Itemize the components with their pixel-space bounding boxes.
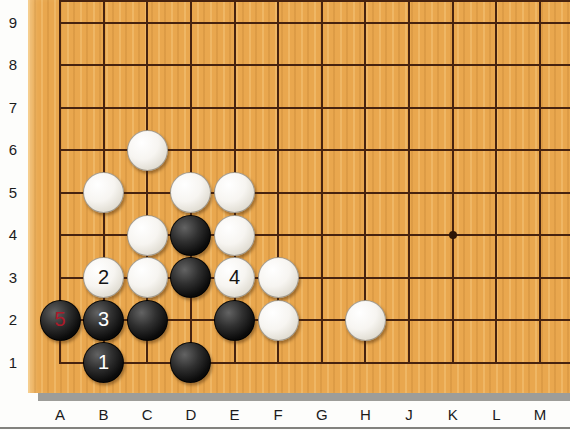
row-label-2: 2 <box>0 311 26 329</box>
col-label-D: D <box>176 404 206 426</box>
move-number-2: 2 <box>98 267 109 287</box>
grid-line-h-7 <box>59 107 570 109</box>
grid-line-h-top-clipped <box>59 0 570 2</box>
stone-white-F2[interactable] <box>258 300 299 341</box>
bottom-border-line <box>0 427 570 429</box>
move-number-3: 3 <box>98 309 109 329</box>
grid-line-h-5 <box>59 192 570 194</box>
stone-white-E5[interactable] <box>214 172 255 213</box>
stone-white-H2[interactable] <box>345 300 386 341</box>
row-label-1: 1 <box>0 354 26 372</box>
move-number-1: 1 <box>98 352 109 372</box>
row-label-4: 4 <box>0 226 26 244</box>
grid-line-v-L <box>495 0 497 364</box>
row-label-6: 6 <box>0 141 26 159</box>
col-label-B: B <box>89 404 119 426</box>
stone-black-D4[interactable] <box>170 215 211 256</box>
grid-line-h-9 <box>59 22 570 24</box>
move-number-5: 5 <box>54 309 65 329</box>
col-label-G: G <box>307 404 337 426</box>
col-label-J: J <box>394 404 424 426</box>
row-label-7: 7 <box>0 99 26 117</box>
stone-black-E2[interactable] <box>214 300 255 341</box>
col-label-K: K <box>438 404 468 426</box>
board-shadow-bar <box>38 393 570 401</box>
col-label-H: H <box>350 404 380 426</box>
col-label-M: M <box>525 404 555 426</box>
col-label-C: C <box>132 404 162 426</box>
stone-black-C2[interactable] <box>127 300 168 341</box>
row-label-3: 3 <box>0 269 26 287</box>
stone-white-F3[interactable] <box>258 257 299 298</box>
col-label-E: E <box>220 404 250 426</box>
row-label-9: 9 <box>0 14 26 32</box>
stone-black-A2[interactable]: 5 <box>40 300 81 341</box>
grid-line-v-K <box>452 0 454 364</box>
stone-black-B2[interactable]: 3 <box>83 300 124 341</box>
go-diagram: 24531 987654321 ABCDEFGHJKLM <box>0 0 570 430</box>
row-label-8: 8 <box>0 56 26 74</box>
col-label-L: L <box>481 404 511 426</box>
stone-white-E4[interactable] <box>214 215 255 256</box>
grid-line-h-8 <box>59 64 570 66</box>
col-label-F: F <box>263 404 293 426</box>
move-number-4: 4 <box>229 267 240 287</box>
row-label-5: 5 <box>0 184 26 202</box>
grid-line-v-J <box>408 0 410 364</box>
grid-line-h-1 <box>59 362 570 364</box>
stone-white-C4[interactable] <box>127 215 168 256</box>
stone-white-C6[interactable] <box>127 130 168 171</box>
col-label-A: A <box>45 404 75 426</box>
stone-white-C3[interactable] <box>127 257 168 298</box>
grid-line-v-G <box>321 0 323 364</box>
grid-line-v-M <box>539 0 541 364</box>
